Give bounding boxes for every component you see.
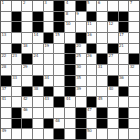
black-cell-r6c3 (22, 54, 32, 64)
cell-r2c3[interactable] (22, 12, 32, 22)
cell-r8c12[interactable]: 36 (119, 76, 129, 86)
cell-r6c5[interactable] (44, 54, 54, 64)
cell-r9c13[interactable] (129, 87, 139, 97)
clue-number-40: 40 (108, 87, 113, 91)
clue-number-38: 38 (34, 87, 39, 91)
black-cell-r10c9 (87, 97, 97, 107)
black-cell-r6c7 (65, 54, 75, 64)
cell-r10c10[interactable]: 45 (97, 97, 107, 107)
clue-number-50: 50 (87, 129, 92, 133)
cell-r3c10[interactable] (97, 22, 107, 32)
cell-r2c8[interactable]: 9 (76, 12, 86, 22)
cell-r7c13[interactable]: 32 (129, 65, 139, 75)
black-cell-r3c2 (12, 22, 22, 32)
cell-r13c9[interactable]: 50 (87, 129, 97, 139)
cell-r11c4[interactable] (33, 108, 43, 118)
cell-r9c11[interactable]: 40 (108, 87, 118, 97)
black-cell-r4c5 (44, 33, 54, 43)
clue-number-37: 37 (2, 87, 7, 91)
cell-r12c11[interactable] (108, 119, 118, 129)
clue-number-28: 28 (2, 65, 7, 69)
clue-number-29: 29 (23, 65, 28, 69)
cell-r1c7[interactable]: 4 (65, 1, 75, 11)
cell-r10c5[interactable]: 43 (44, 97, 54, 107)
cell-r2c10[interactable] (97, 12, 107, 22)
cell-r13c12[interactable] (119, 129, 129, 139)
cell-r4c3[interactable] (22, 33, 32, 43)
black-cell-r1c6 (54, 1, 64, 11)
cell-r5c3[interactable]: 18 (22, 44, 32, 54)
black-cell-r7c7 (65, 65, 75, 75)
clue-number-4: 4 (66, 1, 68, 5)
clue-number-25: 25 (76, 54, 81, 58)
cell-r3c13[interactable] (129, 22, 139, 32)
cell-r13c5[interactable] (44, 129, 54, 139)
cell-r10c2[interactable] (12, 97, 22, 107)
clue-number-23: 23 (12, 54, 17, 58)
black-cell-r9c7 (65, 87, 75, 97)
cell-r13c4[interactable] (33, 129, 43, 139)
cell-r1c3[interactable]: 2 (22, 1, 32, 11)
cell-r1c5[interactable]: 3 (44, 1, 54, 11)
cell-r13c2[interactable] (12, 129, 22, 139)
black-cell-r2c4 (33, 12, 43, 22)
cell-r1c11[interactable] (108, 1, 118, 11)
black-cell-r4c8 (76, 33, 86, 43)
crossword-grid: 1234567891011121314151617181920212223242… (0, 0, 140, 140)
clue-number-15: 15 (55, 33, 60, 37)
black-cell-r11c2 (12, 108, 22, 118)
clue-number-9: 9 (76, 12, 78, 16)
cell-r5c6[interactable] (54, 44, 64, 54)
cell-r7c11[interactable] (108, 65, 118, 75)
cell-r1c1[interactable]: 1 (1, 1, 11, 11)
clue-number-12: 12 (108, 22, 113, 26)
cell-r6c12[interactable] (119, 54, 129, 64)
cell-r3c1[interactable] (1, 22, 11, 32)
clue-number-47: 47 (87, 108, 92, 112)
black-cell-r2c9 (87, 12, 97, 22)
cell-r1c12[interactable] (119, 1, 129, 11)
black-cell-r12c10 (97, 119, 107, 129)
cell-r9c10[interactable] (97, 87, 107, 97)
clue-number-7: 7 (130, 1, 132, 5)
cell-r1c13[interactable]: 7 (129, 1, 139, 11)
cell-r1c9[interactable]: 5 (87, 1, 97, 11)
black-cell-r3c4 (33, 22, 43, 32)
black-cell-r5c11 (108, 44, 118, 54)
cell-r13c3[interactable] (22, 129, 32, 139)
black-cell-r12c8 (76, 119, 86, 129)
clue-number-45: 45 (98, 97, 103, 101)
cell-r4c12[interactable]: 17 (119, 33, 129, 43)
cell-r4c1[interactable]: 13 (1, 33, 11, 43)
crossword-puzzle: 1234567891011121314151617181920212223242… (0, 0, 140, 140)
black-cell-r2c12 (119, 12, 129, 22)
cell-r1c4[interactable] (33, 1, 43, 11)
cell-r11c3[interactable]: 46 (22, 108, 32, 118)
cell-r13c13[interactable] (129, 129, 139, 139)
cell-r5c8[interactable]: 20 (76, 44, 86, 54)
clue-number-22: 22 (2, 54, 7, 58)
clue-number-21: 21 (119, 44, 124, 48)
black-cell-r11c12 (119, 108, 129, 118)
cell-r5c12[interactable]: 21 (119, 44, 129, 54)
cell-r10c4[interactable] (33, 97, 43, 107)
cell-r11c5[interactable] (44, 108, 54, 118)
cell-r5c10[interactable] (97, 44, 107, 54)
clue-number-5: 5 (87, 1, 89, 5)
cell-r7c4[interactable] (33, 65, 43, 75)
black-cell-r12c5 (44, 119, 54, 129)
black-cell-r2c11 (108, 12, 118, 22)
cell-r7c9[interactable] (87, 65, 97, 75)
clue-number-30: 30 (76, 65, 81, 69)
cell-r4c11[interactable] (108, 33, 118, 43)
cell-r3c3[interactable] (22, 22, 32, 32)
cell-r11c7[interactable] (65, 108, 75, 118)
clue-number-11: 11 (87, 22, 92, 26)
clue-number-18: 18 (23, 44, 28, 48)
cell-r8c10[interactable] (97, 76, 107, 86)
cell-r13c10[interactable] (97, 129, 107, 139)
black-cell-r5c2 (12, 44, 22, 54)
cell-r7c3[interactable]: 29 (22, 65, 32, 75)
black-cell-r6c13 (129, 54, 139, 64)
clue-number-26: 26 (87, 54, 92, 58)
cell-r10c13[interactable] (129, 97, 139, 107)
black-cell-r6c10 (97, 54, 107, 64)
cell-r1c2[interactable] (12, 1, 22, 11)
cell-r11c11[interactable] (108, 108, 118, 118)
clue-number-16: 16 (87, 33, 92, 37)
cell-r11c6[interactable] (54, 108, 64, 118)
clue-number-33: 33 (12, 76, 17, 80)
black-cell-r8c7 (65, 76, 75, 86)
clue-number-42: 42 (23, 97, 28, 101)
cell-r4c2[interactable] (12, 33, 22, 43)
clue-number-31: 31 (98, 65, 103, 69)
cell-r2c1[interactable] (1, 12, 11, 22)
clue-number-1: 1 (2, 1, 4, 5)
black-cell-r5c7 (65, 44, 75, 54)
cell-r8c13[interactable] (129, 76, 139, 86)
clue-number-14: 14 (34, 33, 39, 37)
cell-r4c6[interactable]: 15 (54, 33, 64, 43)
clue-number-19: 19 (44, 44, 49, 48)
black-cell-r3c6 (54, 22, 64, 32)
cell-r4c7[interactable] (65, 33, 75, 43)
cell-r12c13[interactable] (129, 119, 139, 129)
cell-r7c6[interactable] (54, 65, 64, 75)
cell-r6c1[interactable]: 22 (1, 54, 11, 64)
cell-r5c4[interactable] (33, 44, 43, 54)
clue-number-27: 27 (108, 54, 113, 58)
cell-r13c11[interactable] (108, 129, 118, 139)
cell-r10c11[interactable] (108, 97, 118, 107)
black-cell-r9c5 (44, 87, 54, 97)
black-cell-r10c6 (54, 97, 64, 107)
cell-r4c9[interactable]: 16 (87, 33, 97, 43)
black-cell-r11c8 (76, 108, 86, 118)
cell-r8c3[interactable] (22, 76, 32, 86)
clue-number-6: 6 (98, 1, 100, 5)
cell-r3c8[interactable] (76, 22, 86, 32)
cell-r8c5[interactable]: 34 (44, 76, 54, 86)
cell-r9c9[interactable] (87, 87, 97, 97)
black-cell-r13c6 (54, 129, 64, 139)
cell-r10c7[interactable]: 44 (65, 97, 75, 107)
cell-r6c11[interactable]: 27 (108, 54, 118, 64)
cell-r12c6[interactable]: 48 (54, 119, 64, 129)
cell-r2c13[interactable] (129, 12, 139, 22)
cell-r9c6[interactable] (54, 87, 64, 97)
cell-r7c1[interactable]: 28 (1, 65, 11, 75)
clue-number-13: 13 (2, 33, 7, 37)
clue-number-8: 8 (66, 12, 68, 16)
clue-number-46: 46 (23, 108, 28, 112)
clue-number-39: 39 (76, 87, 81, 91)
cell-r11c1[interactable] (1, 108, 11, 118)
clue-number-43: 43 (44, 97, 49, 101)
cell-r9c2[interactable] (12, 87, 22, 97)
cell-r9c1[interactable]: 37 (1, 87, 11, 97)
clue-number-44: 44 (66, 97, 71, 101)
cell-r6c9[interactable]: 26 (87, 54, 97, 64)
cell-r1c10[interactable]: 6 (97, 1, 107, 11)
black-cell-r9c3 (22, 87, 32, 97)
black-cell-r8c11 (108, 76, 118, 86)
black-cell-r9c12 (119, 87, 129, 97)
cell-r8c2[interactable]: 33 (12, 76, 22, 86)
cell-r13c7[interactable] (65, 129, 75, 139)
clue-number-32: 32 (130, 65, 135, 69)
clue-number-17: 17 (119, 33, 124, 37)
cell-r8c6[interactable] (54, 76, 64, 86)
clue-number-3: 3 (44, 1, 46, 5)
clue-number-20: 20 (76, 44, 81, 48)
black-cell-r1c8 (76, 1, 86, 11)
cell-r3c9[interactable]: 11 (87, 22, 97, 32)
cell-r4c13[interactable] (129, 33, 139, 43)
black-cell-r12c3 (22, 119, 32, 129)
cell-r9c8[interactable]: 39 (76, 87, 86, 97)
cell-r11c13[interactable] (129, 108, 139, 118)
cell-r12c7[interactable] (65, 119, 75, 129)
cell-r10c8[interactable] (76, 97, 86, 107)
cell-r6c4[interactable]: 24 (33, 54, 43, 64)
black-cell-r12c12 (119, 119, 129, 129)
cell-r7c10[interactable]: 31 (97, 65, 107, 75)
cell-r6c6[interactable] (54, 54, 64, 64)
black-cell-r2c6 (54, 12, 64, 22)
cell-r11c9[interactable]: 47 (87, 108, 97, 118)
cell-r13c1[interactable]: 49 (1, 129, 11, 139)
cell-r12c4[interactable] (33, 119, 43, 129)
black-cell-r8c4 (33, 76, 43, 86)
clue-number-34: 34 (44, 76, 49, 80)
clue-number-49: 49 (2, 129, 7, 133)
cell-r8c8[interactable]: 35 (76, 76, 86, 86)
cell-r7c8[interactable]: 30 (76, 65, 86, 75)
cell-r9c4[interactable]: 38 (33, 87, 43, 97)
clue-number-41: 41 (2, 97, 7, 101)
black-cell-r11c10 (97, 108, 107, 118)
clue-number-24: 24 (34, 54, 39, 58)
cell-r5c5[interactable]: 19 (44, 44, 54, 54)
black-cell-r2c2 (12, 12, 22, 22)
clue-number-10: 10 (66, 22, 71, 26)
cell-r4c4[interactable]: 14 (33, 33, 43, 43)
black-cell-r12c2 (12, 119, 22, 129)
cell-r6c2[interactable]: 23 (12, 54, 22, 64)
cell-r12c1[interactable] (1, 119, 11, 129)
cell-r7c12[interactable] (119, 65, 129, 75)
clue-number-36: 36 (119, 76, 124, 80)
cell-r2c7[interactable]: 8 (65, 12, 75, 22)
cell-r4c10[interactable] (97, 33, 107, 43)
cell-r12c9[interactable] (87, 119, 97, 129)
cell-r8c9[interactable] (87, 76, 97, 86)
clue-number-2: 2 (23, 1, 25, 5)
cell-r5c13[interactable] (129, 44, 139, 54)
cell-r3c7[interactable]: 10 (65, 22, 75, 32)
cell-r6c8[interactable]: 25 (76, 54, 86, 64)
cell-r10c1[interactable]: 41 (1, 97, 11, 107)
cell-r5c1[interactable] (1, 44, 11, 54)
clue-number-35: 35 (76, 76, 81, 80)
cell-r10c3[interactable]: 42 (22, 97, 32, 107)
cell-r3c5[interactable] (44, 22, 54, 32)
black-cell-r13c8 (76, 129, 86, 139)
black-cell-r5c9 (87, 44, 97, 54)
cell-r7c5[interactable] (44, 65, 54, 75)
black-cell-r8c1 (1, 76, 11, 86)
cell-r3c11[interactable]: 12 (108, 22, 118, 32)
cell-r10c12[interactable] (119, 97, 129, 107)
cell-r2c5[interactable] (44, 12, 54, 22)
black-cell-r3c12 (119, 22, 129, 32)
cell-r7c2[interactable] (12, 65, 22, 75)
clue-number-48: 48 (55, 119, 60, 123)
